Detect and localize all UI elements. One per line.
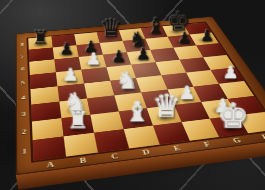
square-c5[interactable] (81, 67, 110, 83)
rank-label-5: 5 (17, 75, 30, 91)
white-knight[interactable]: ♞ (114, 69, 141, 93)
white-bishop[interactable]: ♝ (123, 97, 153, 126)
black-rook[interactable]: ♜ (29, 29, 53, 48)
square-a7[interactable] (29, 47, 54, 61)
rank-label-3: 3 (17, 105, 31, 124)
white-pawn[interactable]: ♟ (81, 51, 106, 67)
white-rook[interactable]: ♜ (64, 109, 94, 133)
black-pawn[interactable]: ♟ (131, 46, 156, 62)
square-g1[interactable]: ♚ (210, 115, 248, 137)
chess-3d-scene: ♜♛♝♚♟♟♞♟♟♟♟♟♟♞♟♞♟♜♝♛♟♚ ABCDEFGH 12345678 (0, 0, 265, 190)
square-f5[interactable] (156, 60, 187, 76)
square-a3[interactable] (31, 102, 61, 122)
white-pawn[interactable]: ♟ (57, 66, 83, 83)
black-pawn[interactable]: ♟ (195, 28, 218, 43)
rank-label-4: 4 (17, 89, 30, 106)
square-g7[interactable]: ♟ (168, 35, 197, 48)
white-king[interactable]: ♚ (218, 99, 248, 134)
square-b5[interactable]: ♟ (56, 70, 84, 87)
rank-label-6: 6 (17, 62, 29, 76)
white-pawn[interactable]: ♟ (218, 64, 244, 81)
square-a5[interactable] (30, 72, 58, 89)
board-3d-anchor: ♜♛♝♚♟♟♞♟♟♟♟♟♟♞♟♞♟♜♝♛♟♚ ABCDEFGH 12345678 (16, 16, 265, 175)
rank-label-2: 2 (17, 122, 32, 142)
black-pawn[interactable]: ♟ (106, 49, 131, 65)
white-queen[interactable]: ♛ (152, 91, 181, 123)
black-pawn[interactable]: ♟ (54, 41, 78, 57)
black-pawn[interactable]: ♟ (173, 30, 197, 45)
square-h6[interactable] (196, 43, 226, 57)
chess-board-frame: ♜♛♝♚♟♟♞♟♟♟♟♟♟♞♟♞♟♜♝♛♟♚ ABCDEFGH 12345678 (16, 16, 265, 175)
black-queen[interactable]: ♛ (99, 16, 122, 41)
rank-label-1: 1 (17, 140, 32, 162)
